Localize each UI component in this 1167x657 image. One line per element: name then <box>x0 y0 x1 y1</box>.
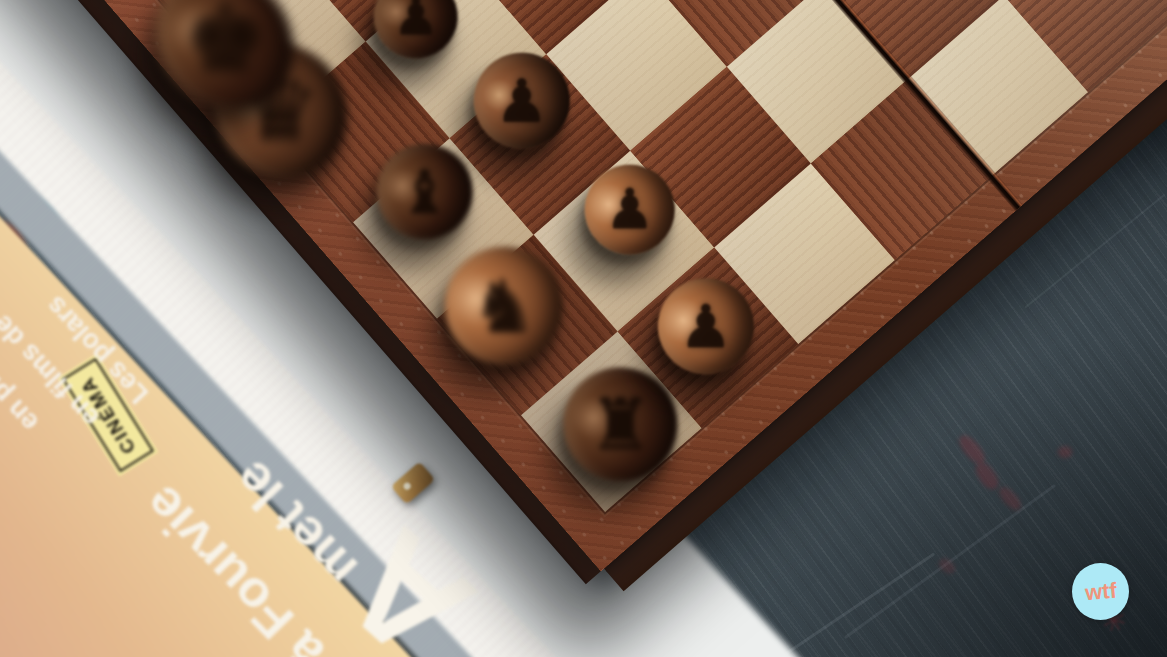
red-paint-mark <box>1058 446 1072 458</box>
wtf-logo-text: wtf <box>1084 577 1118 606</box>
black-pawn-glyph: ♟ <box>495 71 549 131</box>
piece-head: ♟ <box>566 146 693 273</box>
photo-stage: CINÉMA Les polars en films de en plein m… <box>0 0 1167 657</box>
black-bishop-glyph: ♝ <box>398 162 452 222</box>
black-king-glyph: ♚ <box>184 0 266 86</box>
black-rook-glyph: ♜ <box>589 389 653 460</box>
wtf-logo-badge: wtf <box>1072 563 1129 620</box>
piece-head: ♝ <box>357 124 492 259</box>
clasp-screw <box>402 481 412 491</box>
black-pawn-glyph: ♟ <box>679 296 733 356</box>
black-knight-glyph: ♞ <box>471 269 536 342</box>
piece-head: ♟ <box>454 33 589 168</box>
black-pawn-glyph: ♟ <box>605 182 655 238</box>
black-pawn-glyph: ♟ <box>392 0 439 43</box>
piece-head: ♟ <box>356 0 475 76</box>
